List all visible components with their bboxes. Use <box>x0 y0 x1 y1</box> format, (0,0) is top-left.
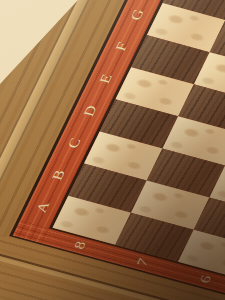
photo-stage: ABCDEFGH87654321 <box>0 0 225 300</box>
